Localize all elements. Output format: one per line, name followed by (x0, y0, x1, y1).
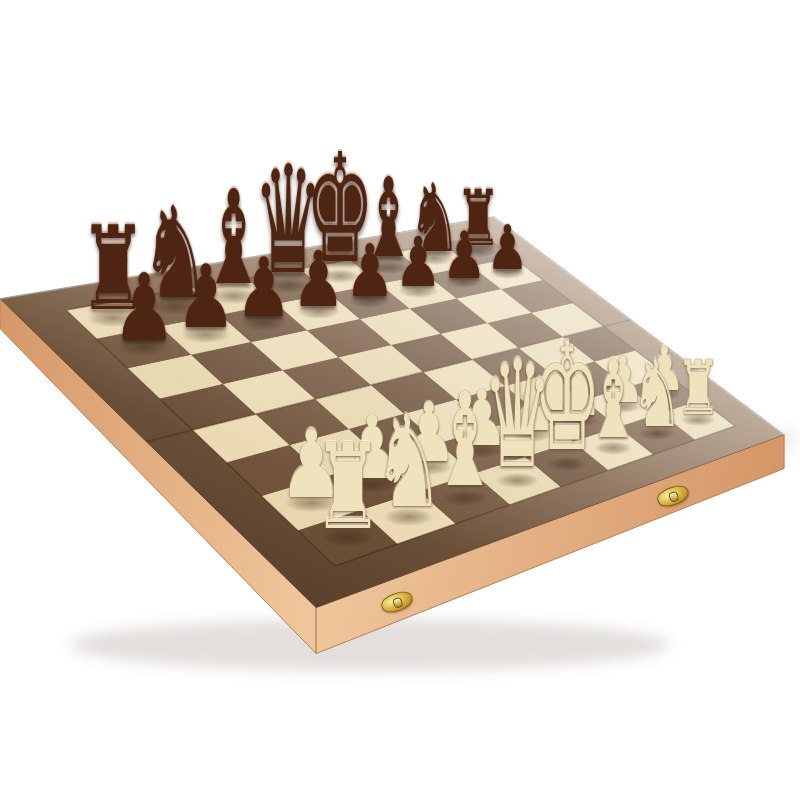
clasp-knob-icon (392, 597, 404, 609)
depth-haze (0, 217, 784, 608)
clasp-knob-icon (668, 491, 680, 503)
chessboard (0, 0, 800, 800)
chess-set-product-photo: ♜♞♝♛♚♝♞♜♟♟♟♟♟♟♟♟♟♟♟♟♟♟♟♟♜♞♝♛♚♝♞♜ (0, 0, 800, 800)
